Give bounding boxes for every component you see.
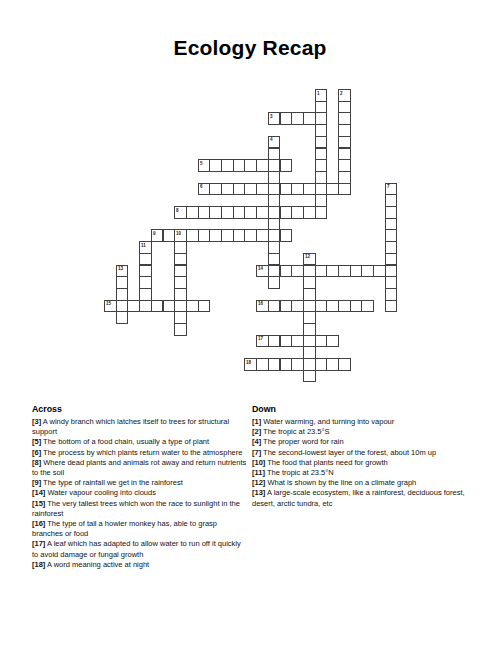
down-clues-list: [1] Water warming, and turning into vapo… bbox=[252, 417, 471, 509]
clue-down-2: [2] The tropic at 23.5°S bbox=[252, 427, 471, 437]
clue-number: [8] bbox=[32, 458, 41, 467]
clue-across-17: [17] A leaf which has adapted to allow w… bbox=[32, 539, 247, 559]
cell-number-16: 16 bbox=[258, 301, 263, 306]
clue-number: [1] bbox=[252, 417, 261, 426]
grid-cell-r19c1[interactable] bbox=[116, 311, 129, 324]
cell-number-11: 11 bbox=[141, 243, 146, 248]
clue-across-18: [18] A word meaning active at night bbox=[32, 560, 247, 570]
grid-cell-r16c14[interactable] bbox=[268, 276, 281, 289]
clue-across-6: [6] The process by which plants return w… bbox=[32, 448, 247, 458]
grid-cell-r12c15[interactable] bbox=[280, 229, 293, 242]
clue-down-4: [4] The proper word for rain bbox=[252, 437, 471, 447]
across-clues-list: [3] A windy branch which latches itself … bbox=[32, 417, 247, 570]
clue-across-9: [9] The type of rainfall we get in the r… bbox=[32, 478, 247, 488]
clue-number: [7] bbox=[252, 448, 261, 457]
clue-down-11: [11] The tropic at 23.5°N bbox=[252, 468, 471, 478]
cell-number-6: 6 bbox=[200, 184, 203, 189]
cell-number-9: 9 bbox=[153, 231, 156, 236]
clue-number: [11] bbox=[252, 468, 265, 477]
grid-cell-r6c15[interactable] bbox=[280, 159, 293, 172]
clue-number: [6] bbox=[32, 448, 41, 457]
clue-number: [12] bbox=[252, 478, 265, 487]
clue-across-3: [3] A windy branch which latches itself … bbox=[32, 417, 247, 437]
cell-number-15: 15 bbox=[106, 301, 111, 306]
grid-cell-r23c20[interactable] bbox=[338, 358, 351, 371]
clue-number: [16] bbox=[32, 519, 45, 528]
cell-number-3: 3 bbox=[270, 114, 273, 119]
grid-cell-r21c19[interactable] bbox=[326, 335, 339, 348]
clue-across-14: [14] Water vapour cooling into clouds bbox=[32, 488, 247, 498]
page-title: Ecology Recap bbox=[0, 36, 500, 60]
across-header: Across bbox=[32, 404, 247, 414]
cell-number-4: 4 bbox=[270, 137, 273, 142]
grid-cell-r18c8[interactable] bbox=[198, 300, 211, 313]
down-header: Down bbox=[252, 404, 471, 414]
clue-number: [4] bbox=[252, 437, 261, 446]
grid-cell-r18c24[interactable] bbox=[385, 300, 398, 313]
clue-number: [18] bbox=[32, 560, 45, 569]
clue-down-13: [13] A large-scale ecosystem, like a rai… bbox=[252, 488, 471, 508]
clue-down-12: [12] What is shown by the line on a clim… bbox=[252, 478, 471, 488]
across-clues-column: Across [3] A windy branch which latches … bbox=[32, 404, 247, 570]
clue-across-16: [16] The type of tail a howler monkey ha… bbox=[32, 519, 247, 539]
cell-number-12: 12 bbox=[305, 254, 310, 259]
cell-number-17: 17 bbox=[258, 336, 263, 341]
cell-number-5: 5 bbox=[200, 161, 203, 166]
clue-down-10: [10] The food that plants need for growt… bbox=[252, 458, 471, 468]
cell-number-18: 18 bbox=[246, 360, 251, 365]
grid-cell-r20c6[interactable] bbox=[174, 323, 187, 336]
cell-number-10: 10 bbox=[176, 231, 181, 236]
cell-number-13: 13 bbox=[118, 266, 123, 271]
clue-number: [14] bbox=[32, 488, 45, 497]
cell-number-1: 1 bbox=[317, 91, 320, 96]
down-clues-column: Down [1] Water warming, and turning into… bbox=[252, 404, 471, 509]
cell-number-2: 2 bbox=[340, 91, 343, 96]
cell-number-14: 14 bbox=[258, 266, 263, 271]
clue-number: [15] bbox=[32, 499, 45, 508]
clue-number: [3] bbox=[32, 417, 41, 426]
clue-across-5: [5] The bottom of a food chain, usually … bbox=[32, 437, 247, 447]
clue-down-7: [7] The second-lowest layer of the fores… bbox=[252, 448, 471, 458]
crossword-grid: 123456789101112131415161718 bbox=[104, 89, 398, 383]
clue-number: [13] bbox=[252, 488, 265, 497]
clue-number: [5] bbox=[32, 437, 41, 446]
clue-number: [2] bbox=[252, 427, 261, 436]
clue-down-1: [1] Water warming, and turning into vapo… bbox=[252, 417, 471, 427]
clue-number: [9] bbox=[32, 478, 41, 487]
grid-cell-r8c20[interactable] bbox=[338, 183, 351, 196]
grid-cell-r24c17[interactable] bbox=[303, 370, 316, 383]
grid-cell-r18c22[interactable] bbox=[361, 300, 374, 313]
grid-cell-r10c18[interactable] bbox=[315, 206, 328, 219]
cell-number-7: 7 bbox=[387, 184, 390, 189]
clue-number: [17] bbox=[32, 539, 45, 548]
clue-number: [10] bbox=[252, 458, 265, 467]
clue-across-15: [15] The very tallest trees which won th… bbox=[32, 499, 247, 519]
cell-number-8: 8 bbox=[176, 208, 179, 213]
clue-across-8: [8] Where dead plants and animals rot aw… bbox=[32, 458, 247, 478]
